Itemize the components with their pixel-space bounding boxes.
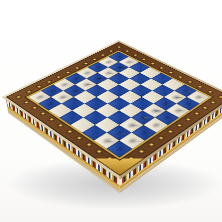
- square-g5[interactable]: [130, 73, 151, 85]
- piece-white-rook-a1[interactable]: ♜: [109, 125, 133, 151]
- square-a1[interactable]: ♜: [107, 141, 133, 158]
- chess-set-photo: ♜♞♝♛♚♝♞♜♟♟♟♟♟♟♟♟♟♟♟♟♟♟♟♟♜♞♝♛♚♝♞♜: [0, 0, 222, 222]
- piece-black-pawn-a7[interactable]: ♟: [42, 87, 58, 105]
